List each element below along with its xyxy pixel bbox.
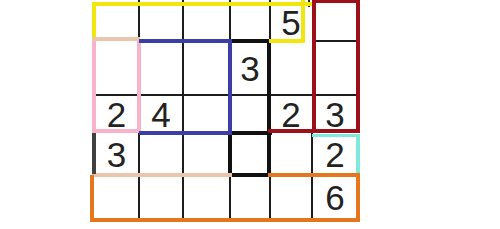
cell-r4c6[interactable]: 2 bbox=[312, 133, 358, 175]
cell-r5c6[interactable]: 6 bbox=[312, 175, 358, 220]
cell-r3c3[interactable] bbox=[183, 95, 230, 133]
cell-r3c1[interactable]: 2 bbox=[94, 95, 139, 133]
cell-r3c5[interactable]: 2 bbox=[270, 95, 312, 133]
cell-r3c6[interactable]: 3 bbox=[312, 95, 358, 133]
cell-r1c4[interactable] bbox=[230, 4, 270, 41]
cell-r2c1[interactable] bbox=[94, 41, 139, 95]
cell-r1c1[interactable] bbox=[94, 4, 139, 41]
cell-r4c2[interactable] bbox=[139, 133, 183, 175]
cell-r4c3[interactable] bbox=[183, 133, 230, 175]
cell-r3c4[interactable] bbox=[230, 95, 270, 133]
cell-r1c6[interactable] bbox=[312, 4, 358, 41]
cell-r2c6[interactable] bbox=[312, 41, 358, 95]
cell-r2c3[interactable] bbox=[183, 41, 230, 95]
cell-r4c4[interactable] bbox=[230, 133, 270, 175]
cell-r5c2[interactable] bbox=[139, 175, 183, 220]
cell-r5c1[interactable] bbox=[94, 175, 139, 220]
cell-r4c1[interactable]: 3 bbox=[94, 133, 139, 175]
cell-r4c5[interactable] bbox=[270, 133, 312, 175]
cell-r1c3[interactable] bbox=[183, 4, 230, 41]
cell-r2c2[interactable] bbox=[139, 41, 183, 95]
cell-r5c4[interactable] bbox=[230, 175, 270, 220]
cell-r2c4[interactable]: 3 bbox=[230, 41, 270, 95]
cell-r2c5[interactable] bbox=[270, 41, 312, 95]
cell-r1c2[interactable] bbox=[139, 4, 183, 41]
board-grid: 532423326 bbox=[94, 4, 358, 220]
cell-r3c2[interactable]: 4 bbox=[139, 95, 183, 133]
cell-r1c5[interactable]: 5 bbox=[270, 4, 312, 41]
cell-r5c5[interactable] bbox=[270, 175, 312, 220]
cell-r5c3[interactable] bbox=[183, 175, 230, 220]
darkred-cage-line bbox=[312, 0, 360, 3]
puzzle-board: 532423326 bbox=[0, 0, 500, 229]
